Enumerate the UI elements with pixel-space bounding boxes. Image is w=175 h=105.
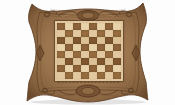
square-f5[interactable] [97, 44, 105, 51]
square-d3[interactable] [81, 58, 89, 65]
square-g1[interactable] [105, 72, 113, 79]
square-a5[interactable] [57, 44, 65, 51]
square-d6[interactable] [81, 37, 89, 44]
square-h1[interactable] [113, 72, 121, 79]
square-h8[interactable] [113, 23, 121, 30]
square-g4[interactable] [105, 51, 113, 58]
square-b2[interactable] [65, 65, 73, 72]
square-c1[interactable] [73, 72, 81, 79]
square-g8[interactable] [105, 23, 113, 30]
square-c5[interactable] [73, 44, 81, 51]
square-b4[interactable] [65, 51, 73, 58]
product-photo [0, 0, 175, 105]
square-a3[interactable] [57, 58, 65, 65]
square-a6[interactable] [57, 37, 65, 44]
square-a4[interactable] [57, 51, 65, 58]
square-c6[interactable] [73, 37, 81, 44]
chessboard[interactable] [57, 23, 121, 79]
square-e7[interactable] [89, 30, 97, 37]
square-f3[interactable] [97, 58, 105, 65]
square-e8[interactable] [89, 23, 97, 30]
square-b1[interactable] [65, 72, 73, 79]
square-g6[interactable] [105, 37, 113, 44]
square-f2[interactable] [97, 65, 105, 72]
square-g5[interactable] [105, 44, 113, 51]
square-f8[interactable] [97, 23, 105, 30]
square-g7[interactable] [105, 30, 113, 37]
square-h4[interactable] [113, 51, 121, 58]
square-d1[interactable] [81, 72, 89, 79]
square-c2[interactable] [73, 65, 81, 72]
square-e1[interactable] [89, 72, 97, 79]
square-a7[interactable] [57, 30, 65, 37]
square-h6[interactable] [113, 37, 121, 44]
square-h3[interactable] [113, 58, 121, 65]
square-d4[interactable] [81, 51, 89, 58]
square-c8[interactable] [73, 23, 81, 30]
square-c3[interactable] [73, 58, 81, 65]
square-f1[interactable] [97, 72, 105, 79]
square-g3[interactable] [105, 58, 113, 65]
square-h7[interactable] [113, 30, 121, 37]
square-b6[interactable] [65, 37, 73, 44]
square-e4[interactable] [89, 51, 97, 58]
square-d8[interactable] [81, 23, 89, 30]
square-h5[interactable] [113, 44, 121, 51]
square-e6[interactable] [89, 37, 97, 44]
square-b7[interactable] [65, 30, 73, 37]
square-e3[interactable] [89, 58, 97, 65]
square-c4[interactable] [73, 51, 81, 58]
square-a8[interactable] [57, 23, 65, 30]
square-f4[interactable] [97, 51, 105, 58]
square-d7[interactable] [81, 30, 89, 37]
square-f6[interactable] [97, 37, 105, 44]
square-d2[interactable] [81, 65, 89, 72]
square-b8[interactable] [65, 23, 73, 30]
square-b5[interactable] [65, 44, 73, 51]
board-frame [55, 21, 123, 81]
square-f7[interactable] [97, 30, 105, 37]
square-b3[interactable] [65, 58, 73, 65]
square-h2[interactable] [113, 65, 121, 72]
square-e5[interactable] [89, 44, 97, 51]
square-d5[interactable] [81, 44, 89, 51]
square-a1[interactable] [57, 72, 65, 79]
square-a2[interactable] [57, 65, 65, 72]
square-c7[interactable] [73, 30, 81, 37]
square-g2[interactable] [105, 65, 113, 72]
square-e2[interactable] [89, 65, 97, 72]
